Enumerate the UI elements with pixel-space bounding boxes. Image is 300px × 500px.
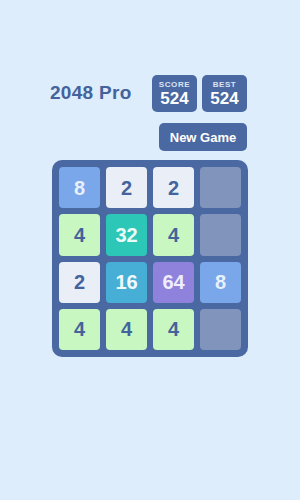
app-title: 2048 Pro bbox=[50, 82, 132, 104]
score-label: SCORE bbox=[159, 81, 190, 89]
tile-8-r3c4: 8 bbox=[200, 262, 241, 303]
tile-2-r1c2: 2 bbox=[106, 167, 147, 208]
best-value: 524 bbox=[210, 90, 238, 107]
tile-2-r3c1: 2 bbox=[59, 262, 100, 303]
best-label: BEST bbox=[213, 81, 237, 89]
empty-cell-r1c4 bbox=[200, 167, 241, 208]
tile-32-r2c2: 32 bbox=[106, 214, 147, 255]
tile-4-r2c3: 4 bbox=[153, 214, 194, 255]
tile-4-r4c3: 4 bbox=[153, 309, 194, 350]
new-game-button[interactable]: New Game bbox=[159, 123, 247, 151]
empty-cell-r2c4 bbox=[200, 214, 241, 255]
score-value: 524 bbox=[160, 90, 188, 107]
tile-8-r1c1: 8 bbox=[59, 167, 100, 208]
tile-4-r4c1: 4 bbox=[59, 309, 100, 350]
tile-2-r1c3: 2 bbox=[153, 167, 194, 208]
game-screen: 2048 Pro SCORE 524 BEST 524 New Game 822… bbox=[0, 0, 300, 500]
tile-64-r3c3: 64 bbox=[153, 262, 194, 303]
tile-16-r3c2: 16 bbox=[106, 262, 147, 303]
board[interactable]: 8224324216648444 bbox=[52, 160, 248, 357]
tile-4-r2c1: 4 bbox=[59, 214, 100, 255]
empty-cell-r4c4 bbox=[200, 309, 241, 350]
best-box: BEST 524 bbox=[202, 75, 247, 112]
tile-4-r4c2: 4 bbox=[106, 309, 147, 350]
score-box: SCORE 524 bbox=[152, 75, 197, 112]
scoreboard: SCORE 524 BEST 524 bbox=[152, 75, 247, 112]
